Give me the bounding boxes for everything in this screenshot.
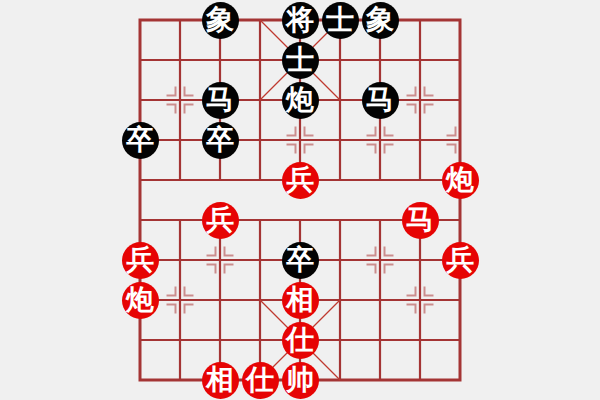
pieces-layer: 象将士象士马炮马卒卒兵炮兵马兵卒兵炮相仕相仕帅 [120,0,480,400]
red-advisor-center[interactable]: 仕 [282,322,319,359]
red-pawn-c[interactable]: 兵 [202,202,239,239]
black-elephant-left[interactable]: 象 [202,2,239,39]
red-cannon-right[interactable]: 炮 [442,162,479,199]
red-pawn-a[interactable]: 兵 [122,242,159,279]
xiangqi-app-screen: 象将士象士马炮马卒卒兵炮兵马兵卒兵炮相仕相仕帅 [0,0,600,400]
red-pawn-i[interactable]: 兵 [442,242,479,279]
red-king[interactable]: 帅 [282,362,319,399]
black-cannon[interactable]: 炮 [282,82,319,119]
black-horse-left[interactable]: 马 [202,82,239,119]
red-elephant-center[interactable]: 相 [282,282,319,319]
red-pawn-center[interactable]: 兵 [282,162,319,199]
black-king[interactable]: 将 [282,2,319,39]
red-advisor-back[interactable]: 仕 [242,362,279,399]
red-elephant-left[interactable]: 相 [202,362,239,399]
black-advisor-back[interactable]: 士 [322,2,359,39]
red-horse[interactable]: 马 [402,202,439,239]
black-pawn-c[interactable]: 卒 [202,122,239,159]
black-horse-right[interactable]: 马 [362,82,399,119]
red-cannon-left[interactable]: 炮 [122,282,159,319]
black-pawn-a[interactable]: 卒 [122,122,159,159]
black-elephant-right[interactable]: 象 [362,2,399,39]
black-pawn-center[interactable]: 卒 [282,242,319,279]
black-advisor-center[interactable]: 士 [282,42,319,79]
